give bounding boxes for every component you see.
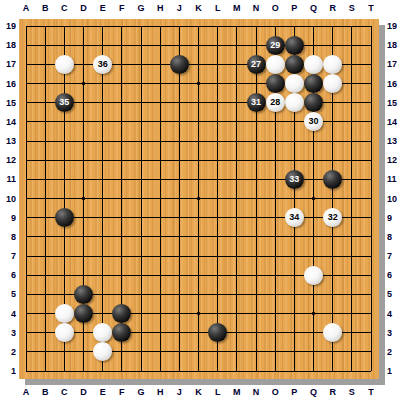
row-label-right-19: 19 xyxy=(387,20,400,32)
stone-black-N15: 31 xyxy=(247,93,266,112)
row-label-left-14: 14 xyxy=(0,116,16,128)
col-label-bottom-A: A xyxy=(18,386,34,398)
col-label-top-S: S xyxy=(344,2,360,14)
row-label-right-2: 2 xyxy=(387,346,400,358)
row-label-right-8: 8 xyxy=(387,231,400,243)
col-label-top-M: M xyxy=(229,2,245,14)
row-label-right-1: 1 xyxy=(387,365,400,377)
stone-black-Q16 xyxy=(304,74,323,93)
row-label-left-12: 12 xyxy=(0,154,16,166)
row-label-right-11: 11 xyxy=(387,173,400,185)
row-label-left-19: 19 xyxy=(0,20,16,32)
col-label-top-H: H xyxy=(152,2,168,14)
move-number-label: 29 xyxy=(270,41,280,50)
col-label-top-B: B xyxy=(37,2,53,14)
stone-white-R17 xyxy=(323,55,342,74)
col-label-top-L: L xyxy=(210,2,226,14)
star-point-K4 xyxy=(197,312,201,316)
row-label-left-5: 5 xyxy=(0,288,16,300)
star-point-Q10 xyxy=(312,197,316,201)
col-label-bottom-D: D xyxy=(76,386,92,398)
star-point-D16 xyxy=(82,82,86,86)
col-label-bottom-E: E xyxy=(95,386,111,398)
stone-black-P11: 33 xyxy=(285,170,304,189)
row-label-left-17: 17 xyxy=(0,58,16,70)
col-label-top-C: C xyxy=(56,2,72,14)
stone-white-O17 xyxy=(266,55,285,74)
col-label-top-R: R xyxy=(325,2,341,14)
col-label-bottom-H: H xyxy=(152,386,168,398)
stone-black-D4 xyxy=(74,304,93,323)
row-label-left-3: 3 xyxy=(0,327,16,339)
stone-black-P17 xyxy=(285,55,304,74)
stone-white-O15: 28 xyxy=(266,93,285,112)
col-label-bottom-F: F xyxy=(114,386,130,398)
move-number-label: 36 xyxy=(98,60,108,69)
star-point-Q4 xyxy=(312,312,316,316)
col-label-bottom-B: B xyxy=(37,386,53,398)
move-number-label: 32 xyxy=(328,213,338,222)
stone-white-P16 xyxy=(285,74,304,93)
move-number-label: 31 xyxy=(251,98,261,107)
stone-white-P15 xyxy=(285,93,304,112)
stone-black-C15: 35 xyxy=(55,93,74,112)
col-label-bottom-P: P xyxy=(286,386,302,398)
col-label-bottom-J: J xyxy=(171,386,187,398)
stone-black-P18 xyxy=(285,36,304,55)
star-point-K10 xyxy=(197,197,201,201)
stone-white-C4 xyxy=(55,304,74,323)
col-label-top-G: G xyxy=(133,2,149,14)
col-label-top-P: P xyxy=(286,2,302,14)
stone-white-P9: 34 xyxy=(285,208,304,227)
stone-black-C9 xyxy=(55,208,74,227)
row-label-right-14: 14 xyxy=(387,116,400,128)
move-number-label: 30 xyxy=(309,117,319,126)
col-label-bottom-Q: Q xyxy=(306,386,322,398)
row-label-left-11: 11 xyxy=(0,173,16,185)
stone-white-C17 xyxy=(55,55,74,74)
move-number-label: 34 xyxy=(289,213,299,222)
stone-black-N17: 27 xyxy=(247,55,266,74)
col-label-top-J: J xyxy=(171,2,187,14)
col-label-top-A: A xyxy=(18,2,34,14)
row-label-right-5: 5 xyxy=(387,288,400,300)
col-label-bottom-N: N xyxy=(248,386,264,398)
row-label-right-12: 12 xyxy=(387,154,400,166)
row-label-left-1: 1 xyxy=(0,365,16,377)
col-label-bottom-T: T xyxy=(363,386,379,398)
col-label-bottom-L: L xyxy=(210,386,226,398)
row-label-right-7: 7 xyxy=(387,250,400,262)
col-label-top-D: D xyxy=(76,2,92,14)
row-label-left-15: 15 xyxy=(0,97,16,109)
col-label-top-T: T xyxy=(363,2,379,14)
col-label-top-K: K xyxy=(191,2,207,14)
stone-black-D5 xyxy=(74,285,93,304)
row-label-left-18: 18 xyxy=(0,39,16,51)
stone-black-O18: 29 xyxy=(266,36,285,55)
row-label-left-2: 2 xyxy=(0,346,16,358)
move-number-label: 33 xyxy=(289,175,299,184)
row-label-left-9: 9 xyxy=(0,212,16,224)
star-point-D10 xyxy=(82,197,86,201)
row-label-left-10: 10 xyxy=(0,193,16,205)
col-label-bottom-G: G xyxy=(133,386,149,398)
move-number-label: 28 xyxy=(270,98,280,107)
row-label-left-7: 7 xyxy=(0,250,16,262)
row-label-left-16: 16 xyxy=(0,78,16,90)
move-number-label: 35 xyxy=(59,98,69,107)
row-label-left-4: 4 xyxy=(0,308,16,320)
col-label-top-E: E xyxy=(95,2,111,14)
go-board-diagram: ABCDEFGHJKLMNOPQRST ABCDEFGHJKLMNOPQRST … xyxy=(0,0,400,400)
col-label-top-N: N xyxy=(248,2,264,14)
stone-black-O16 xyxy=(266,74,285,93)
row-label-right-15: 15 xyxy=(387,97,400,109)
row-label-left-13: 13 xyxy=(0,135,16,147)
move-number-label: 27 xyxy=(251,60,261,69)
col-label-bottom-O: O xyxy=(267,386,283,398)
row-label-left-6: 6 xyxy=(0,269,16,281)
row-label-right-13: 13 xyxy=(387,135,400,147)
star-point-K16 xyxy=(197,82,201,86)
col-label-bottom-S: S xyxy=(344,386,360,398)
row-label-right-16: 16 xyxy=(387,78,400,90)
row-label-right-9: 9 xyxy=(387,212,400,224)
row-label-left-8: 8 xyxy=(0,231,16,243)
col-label-top-F: F xyxy=(114,2,130,14)
row-label-right-4: 4 xyxy=(387,308,400,320)
col-label-top-O: O xyxy=(267,2,283,14)
col-label-bottom-R: R xyxy=(325,386,341,398)
row-label-right-18: 18 xyxy=(387,39,400,51)
row-label-right-6: 6 xyxy=(387,269,400,281)
col-label-bottom-M: M xyxy=(229,386,245,398)
stone-black-J17 xyxy=(170,55,189,74)
stone-black-R11 xyxy=(323,170,342,189)
stone-white-E17: 36 xyxy=(93,55,112,74)
row-label-right-17: 17 xyxy=(387,58,400,70)
col-label-top-Q: Q xyxy=(306,2,322,14)
stone-white-Q6 xyxy=(304,266,323,285)
row-label-right-3: 3 xyxy=(387,327,400,339)
stone-white-Q17 xyxy=(304,55,323,74)
stone-white-C3 xyxy=(55,323,74,342)
row-label-right-10: 10 xyxy=(387,193,400,205)
col-label-bottom-K: K xyxy=(191,386,207,398)
col-label-bottom-C: C xyxy=(56,386,72,398)
